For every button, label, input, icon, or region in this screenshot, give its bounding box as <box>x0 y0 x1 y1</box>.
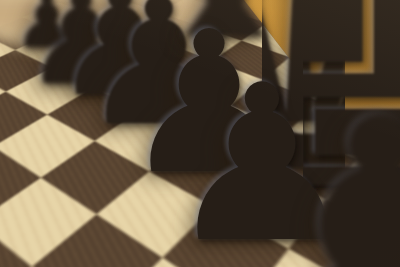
chess-photo: ♟♟♟♟♝♛♟♚♟♟ <box>0 0 400 267</box>
black-pawn-nearest: ♟ <box>207 70 400 267</box>
